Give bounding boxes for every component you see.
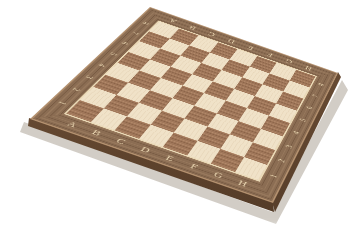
photo-background: AA88BB77CC66DD55EE44FF33GG22HH11 [0, 0, 360, 226]
